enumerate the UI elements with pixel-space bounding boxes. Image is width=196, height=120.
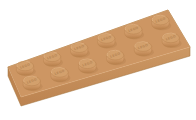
lego-plate-photo: LEGOLEGOLEGOLEGOLEGOLEGOLEGOLEGOLEGOLEGO… xyxy=(0,0,196,120)
lego-plate-2x6: LEGOLEGOLEGOLEGOLEGOLEGOLEGOLEGOLEGOLEGO… xyxy=(0,0,196,120)
